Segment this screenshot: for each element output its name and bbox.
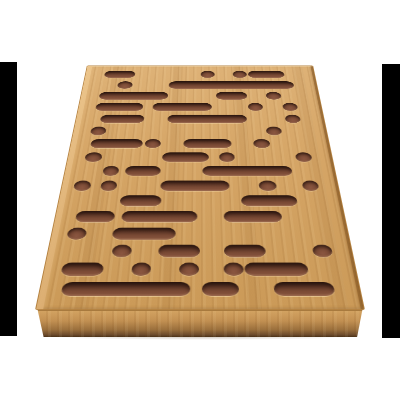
hole-dot xyxy=(90,127,107,136)
black-bar-left xyxy=(0,62,17,336)
hole-dot xyxy=(301,180,319,190)
slot-dash xyxy=(60,282,190,296)
slot-dash xyxy=(90,139,143,148)
hole-dot xyxy=(102,166,120,176)
hole-dot xyxy=(219,152,235,162)
panel-row xyxy=(67,150,333,164)
slot-dash xyxy=(241,195,298,206)
hole-dot xyxy=(117,81,133,89)
slot-dash xyxy=(152,103,212,111)
panel-row xyxy=(57,193,342,209)
hole-dot xyxy=(84,152,102,162)
panel-row xyxy=(78,101,323,113)
hole-dot xyxy=(232,71,246,78)
black-bar-right xyxy=(382,64,400,338)
slot-dash xyxy=(183,139,231,148)
slot-dash xyxy=(121,211,197,223)
hole-dot xyxy=(284,115,300,123)
slot-dash xyxy=(158,245,200,258)
slot-dash xyxy=(160,180,229,190)
panel-row xyxy=(85,69,316,79)
hole-dot xyxy=(282,103,298,111)
slot-dash xyxy=(100,115,145,123)
panel-row xyxy=(64,164,336,178)
hole-dot xyxy=(145,139,162,148)
panel-row xyxy=(43,260,358,279)
hole-dot xyxy=(201,71,215,78)
hole-dot xyxy=(131,263,152,276)
slot-dash xyxy=(162,152,209,162)
panel-top-face xyxy=(35,65,365,310)
slot-dash xyxy=(104,71,136,78)
panel-row xyxy=(82,80,317,91)
hole-dot xyxy=(265,92,281,100)
panel-row xyxy=(54,209,346,225)
slot-dash xyxy=(169,81,295,89)
slot-dash xyxy=(244,263,309,276)
slot-dash xyxy=(99,92,169,100)
slot-dash xyxy=(223,211,282,223)
panel-row xyxy=(61,178,340,193)
hole-dot xyxy=(312,245,334,258)
hole-dot xyxy=(248,103,263,111)
panel-rows xyxy=(36,66,364,309)
hole-dot xyxy=(67,227,88,239)
panel-row xyxy=(70,137,331,150)
panel-row xyxy=(38,279,361,299)
panel-row xyxy=(75,113,325,125)
slot-dash xyxy=(95,103,143,111)
hole-dot xyxy=(111,245,132,258)
hole-dot xyxy=(73,180,91,190)
hole-dot xyxy=(266,127,282,136)
hole-dot xyxy=(179,263,199,276)
hole-dot xyxy=(258,180,277,190)
slot-dash xyxy=(216,92,247,100)
slot-dash xyxy=(112,227,177,239)
slot-dash xyxy=(247,71,284,78)
slot-dash xyxy=(202,166,293,176)
hole-dot xyxy=(100,180,118,190)
slot-dash xyxy=(273,282,336,296)
panel-row xyxy=(47,242,354,260)
slot-dash xyxy=(75,211,116,223)
slot-dash xyxy=(223,245,266,258)
slot-dash xyxy=(60,263,104,276)
product-photo-stage xyxy=(0,0,400,400)
slot-dash xyxy=(167,115,247,123)
hole-dot xyxy=(223,263,243,276)
slot-dash xyxy=(120,195,162,206)
slot-dash xyxy=(202,282,240,296)
hole-dot xyxy=(253,139,270,148)
panel-front-face xyxy=(35,310,365,337)
panel-row xyxy=(50,225,349,242)
slot-dash xyxy=(125,166,162,176)
diffuser-panel xyxy=(35,0,365,310)
panel-row xyxy=(72,125,327,137)
panel-row xyxy=(80,90,320,101)
hole-dot xyxy=(295,152,312,162)
